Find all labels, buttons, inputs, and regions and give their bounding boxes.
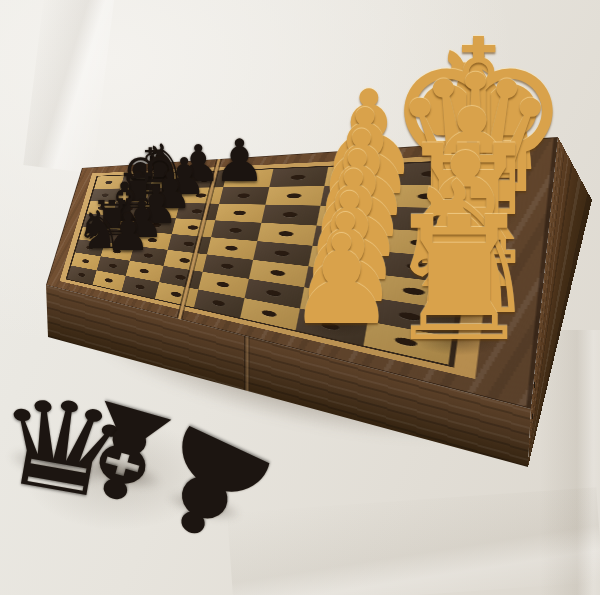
piece-bP[interactable]: ♟ bbox=[105, 209, 150, 260]
piece-bP[interactable]: ♟ bbox=[213, 131, 265, 190]
piece-wR[interactable]: ♜ bbox=[383, 193, 536, 364]
piece-wP[interactable]: ♟ bbox=[286, 219, 397, 342]
photo-scene: ♞♟♟♟♞♚♟♟♚♜♟♟♛♝♟♟♝♜♟♟♜♞♟♟♝♟♞♟♜ ♛♝♟ bbox=[0, 0, 600, 595]
clasp-latch bbox=[534, 378, 535, 397]
hinge-seam-front bbox=[244, 336, 250, 392]
